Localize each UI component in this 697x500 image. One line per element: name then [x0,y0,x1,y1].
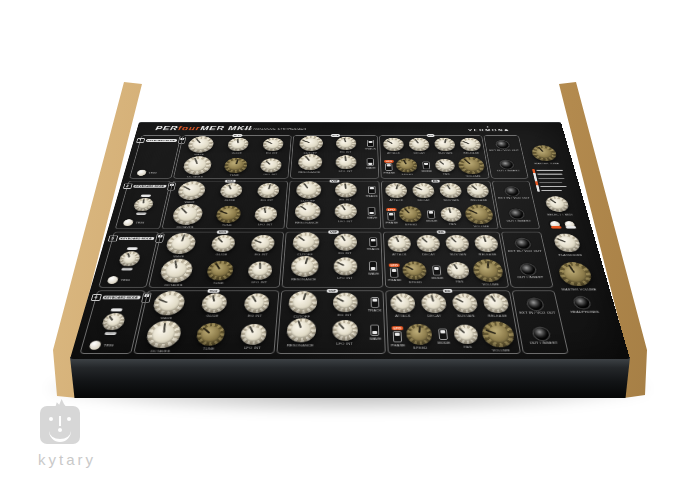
channel-1-attack-knob [383,138,404,151]
channel-4-filter-lfo-int-label: LFO INT [336,341,352,345]
channel-3-volume-knob [472,259,505,281]
channel-1-lfo-int-label: LFO INT [263,173,277,176]
channel-3-filter-eg-int-knob [334,234,357,251]
channel-1-lfo-wave-label: WAVE [366,166,376,169]
channel-1-pan-knob [435,159,456,172]
channel-4-pan: PAN [453,325,479,349]
channel-3-trig-button [107,276,119,284]
channel-2-pan-label: PAN [449,222,457,225]
master-tune-label: MASTER TUNE [534,162,559,165]
channel-3-eg-section: EGATTACKDECAYSUSTAINRELEASELFOPHASESPEED… [383,232,509,287]
channel-2-pan: PAN [440,207,463,225]
channel-3-vco-section: VCOWAVEGLIDEEG INTOCTAVESTUNELFO INT [148,232,284,287]
select-midi-label: SELECT / MIDI [547,213,573,216]
channel-1-octaves: OCTAVES [181,156,213,178]
channel-4-phase-label: PHASE [391,343,406,347]
channel-1-filter-eg-int: EG INT [335,137,355,153]
channel-3-speed-knob [402,261,427,279]
playmodes-label: PLAYMODES [558,253,582,256]
channel-3-octaves: OCTAVES [157,258,194,286]
product-photo: PERfourMER MKII QUAD ANALOGUE SYNTHESIZE… [0,0,697,500]
channel-2-sustain-knob [439,183,462,198]
top-panel: PERfourMER MKII QUAD ANALOGUE SYNTHESIZE… [70,122,630,359]
channel-1-eg-int-knob [262,138,284,151]
channel-3-keyboard-mode-label: KEYBOARD MODE [118,237,154,240]
channel-3-lfo-int: LFO INT [247,261,273,283]
channel-3-filter-lfo-int-label: LFO INT [337,276,352,280]
channel-2-volume-label: VOLUME [473,225,489,228]
channel-2-attack: ATTACK [385,183,408,202]
channel-4-keyboard-mode-knob [101,313,127,330]
channel-1-phase-switch [385,163,393,171]
title-prefix: PER [155,124,179,131]
channel-3-eg-int-knob [250,235,275,252]
channel-1-eg-int-label: EG INT [266,151,278,154]
channel-4-wave: WAVE [151,291,187,320]
channel-4-cutoff: CUTOFF [287,291,317,318]
master-volume-label: MASTER VOLUME [561,288,597,292]
channel-2-resonance-knob [294,202,320,220]
channel-3-speed-label: SPEED [409,280,423,284]
channel-2-tune-knob [215,206,241,223]
channel-3-track-switch [369,238,377,247]
channel-4-lfo-wave-switch [371,324,380,335]
channel-3-wave: WAVE [164,233,197,258]
channel-3-lfo-int-knob [248,261,273,279]
channel-4-speed-label: SPEED [413,346,428,350]
channel-1-lfo-cell: LFOPHASESPEED [383,158,418,175]
master-buttons [549,221,576,229]
channel-3-track: TRACK [366,238,379,251]
channel-2-decay-label: DECAY [418,199,430,202]
channel-3-cutoff-knob [292,232,319,252]
channel-1-track: TRACK [364,140,376,150]
channel-4-filter-eg-int-label: EG INT [338,313,352,317]
channel-1-eg-int: EG INT [262,138,284,154]
channel-3-keyboard-mode-knob [118,251,142,266]
channel-1-speed-knob [396,158,418,172]
channel-3-release-label: RELEASE [479,253,497,256]
channel-2-out-jack [510,209,525,218]
channel-3-volume-label: VOLUME [482,282,499,286]
channel-4-eg-int-knob [243,294,270,314]
channel-3-out-jack [521,264,537,274]
channel-2-attack-label: ATTACK [389,199,403,202]
channel-2-octaves-knob [171,204,204,225]
channel-2-out-jack-cell: OUT / INSERT [504,209,531,222]
channel-3-sustain-label: SUSTAIN [450,253,467,256]
channel-2-filter-eg-int-knob [335,182,357,197]
channel-2-eg-section: EGATTACKDECAYSUSTAINRELEASELFOPHASESPEED… [381,181,499,230]
logo-eye-left [49,417,53,421]
channel-3-wave-label: WAVE [173,255,185,258]
channel-4-lfo-int-label: LFO INT [244,346,261,350]
channel-2-ext-in-jack-cell: EXT IN / VCO OUT [496,187,530,199]
channel-2-eg-tag: EG [431,179,439,182]
channel-1-release-knob [459,138,481,151]
channel-1-vco-section: VCOWAVEGLIDEEG INTOCTAVESTUNELFO INT [173,135,292,178]
channel-1-speed: SPEED [396,158,418,175]
channel-2-lfo-wave-switch [368,207,376,215]
channel-4-eg-tag: EG [443,289,452,293]
logo-nose [59,416,61,426]
channel-4-wave-label: WAVE [160,316,172,320]
channel-3-glide-label: GLIDE [216,252,228,255]
product-subtitle: QUAD ANALOGUE SYNTHESIZER [240,128,306,130]
channels: 1KEYBOARD MODETRIGVCOWAVEGLIDEEG INTOCTA… [79,134,569,355]
channel-2-lfo-wave-label: WAVE [367,216,377,219]
channel-1-decay: DECAY [408,138,430,154]
channel-2-vco-section: VCOWAVEGLIDEEG INTOCTAVESTUNELFO INT [161,181,288,230]
channel-2-cutoff-knob [295,181,321,198]
channel-1-volume-label: VOLUME [466,174,481,177]
channel-1-sustain-knob [433,138,455,151]
channel-4-ext-in-label: EXT IN / VCO OUT [519,311,556,315]
channel-2-track-label: TRACK [366,194,378,197]
channel-1-filter-lfo-int-knob [335,155,356,169]
channel-2-decay: DECAY [412,183,435,202]
channel-3-cutoff: CUTOFF [292,232,320,256]
channel-3-track-label: TRACK [367,247,380,250]
channel-3-vcf-tag: VCF [328,230,338,233]
channel-3-wave-knob [165,233,197,254]
channel-1-cutoff-knob [299,136,323,151]
channel-3-attack: ATTACK [387,235,411,256]
channel-3-volume: VOLUME [472,259,505,286]
channel-2-lfo-int-label: LFO INT [258,223,273,226]
channel-4-decay-knob [420,294,446,314]
channel-1-attack: ATTACK [383,138,404,154]
channel-2-filter-lfo-int: LFO INT [334,203,356,223]
channel-1-phase-label: PHASE [383,171,395,174]
channel-4-resonance: RESONANCE [285,318,316,347]
channel-3-mode-label: MODE [432,276,444,280]
channel-4-release: RELEASE [482,294,510,318]
channel-4-mode: MODE [436,329,450,345]
master-tune: MASTER TUNE [530,145,559,164]
channel-4-resonance-knob [286,318,316,342]
channel-4-out-label: OUT / INSERT [529,340,558,344]
channel-2-wave: WAVE [176,182,207,204]
channel-row-2: 2KEYBOARD MODETRIGVCOWAVEGLIDEEG INTOCTA… [114,179,540,230]
channel-2-number: 2 [123,184,133,189]
channel-3-filter-lfo-int: LFO INT [333,257,357,279]
channel-3-resonance-knob [290,256,318,277]
channel-2-mode-label: MODE [426,219,437,222]
channel-1-pan: PAN [435,159,456,175]
headphones: HEADPHONES [567,297,600,314]
channel-4-trig-button [89,341,102,350]
channel-2-lfo-cell: LFOPHASESPEED [385,206,423,226]
channel-2-volume: VOLUME [464,205,495,228]
channel-4-tune-label: TUNE [202,346,214,350]
select-midi-knob [544,196,570,212]
channel-1-ext-in-jack [496,141,509,149]
channel-2-lfo-tag: LFO [386,208,396,211]
watermark: kytary [38,406,108,468]
channel-2-glide-label: GLIDE [224,199,235,202]
channel-2-tune-label: TUNE [222,224,233,227]
channel-2-out-label: OUT / INSERT [506,219,531,222]
channel-1-resonance-knob [297,154,322,170]
channel-3-tune: TUNE [205,260,234,284]
channel-1-filter-lfo-int-label: LFO INT [339,170,352,173]
channel-2-glide: GLIDE [219,183,243,202]
channel-4-vcf-section: VCFCUTOFFEG INTTRACKRESONANCELFO INTWAVE [276,290,385,354]
channel-2-vco-tag: VCO [225,179,236,182]
channel-2-wave-knob [177,182,207,200]
channel-4-pan-knob [453,325,479,344]
channel-1-speed-label: SPEED [401,173,413,176]
channel-2-volume-knob [464,205,494,225]
channel-2-ext-in-label: EXT IN / VCO OUT [498,196,530,199]
channel-4-resonance-label: RESONANCE [287,343,314,347]
brand-logo: VERMONA [467,125,510,132]
logo-eye-right [67,417,71,421]
channel-3-tune-label: TUNE [213,281,224,285]
channel-1-lfo-int-knob [260,158,282,172]
channel-2-phase-label: PHASE [386,221,399,224]
front-face [70,357,630,398]
channel-2-vcf-tag: VCF [330,179,340,182]
channel-1-release: RELEASE [459,138,482,154]
channel-4-filter-eg-int: EG INT [332,292,357,316]
channel-2-vcf-section: VCFCUTOFFEG INTTRACKRESONANCELFO INTWAVE [286,181,381,230]
channel-3-lfo-int-label: LFO INT [251,280,267,284]
channel-4-glide: GLIDE [200,294,228,318]
channel-4-tune-knob [195,323,226,346]
channel-2-filter-eg-int: EG INT [335,182,357,200]
channel-4-volume-label: VOLUME [492,348,511,352]
channel-4-trig-label: TRIG [103,343,114,347]
channel-1-eg-tag: EG [427,134,435,136]
channel-4-volume-knob [481,322,516,348]
channel-4-out-jack [533,328,550,340]
channel-1-wave: WAVE [186,136,215,156]
headphones-jack [574,297,591,308]
channel-3-eg-int-label: EG INT [255,252,268,255]
channel-2-filter-lfo-int-knob [334,203,356,219]
channel-2-pan-knob [440,207,462,222]
channel-3-attack-knob [387,235,411,252]
channel-row-1: 1KEYBOARD MODETRIGVCOWAVEGLIDEEG INTOCTA… [129,134,529,179]
channel-3-speed: SPEED [402,261,427,283]
channel-4-lfo-cell: LFOPHASESPEED [390,324,433,350]
channel-2-resonance-label: RESONANCE [295,221,318,224]
channel-2-mode: MODE [425,210,437,222]
channel-4-lfo-wave-label: WAVE [369,336,381,340]
channel-2-octaves: OCTAVES [170,204,204,229]
channel-4-vco-section: VCOWAVEGLIDEEG INTOCTAVESTUNELFO INT [133,290,279,354]
channel-3-ext-in-jack-cell: EXT IN / VCO OUT [506,239,542,253]
channel-1-resonance-label: RESONANCE [298,171,320,174]
channel-3-release-knob [473,235,499,252]
channel-4-octaves-label: OCTAVES [150,349,171,353]
master-button-right-tag [565,226,576,229]
title-highlight: four [177,124,201,131]
channel-3-lfo-cell: LFOPHASESPEED [387,261,427,283]
channel-2-eg-int-knob [256,183,279,198]
channel-3-sustain: SUSTAIN [444,235,470,256]
channel-2-track-switch [368,186,376,194]
channel-3-out-label: OUT / INSERT [517,275,544,279]
master-volume-knob [557,262,594,286]
channel-1-mode-switch [422,161,430,169]
channel-2-release-knob [466,183,490,198]
channel-3-pan-label: PAN [455,279,463,283]
channel-3-tune-knob [206,260,234,280]
channel-3-glide-knob [211,235,236,252]
channel-2-lfo-wave: WAVE [367,207,378,219]
channel-3-pan-knob [446,262,470,279]
channel-1-glide: GLIDE [226,138,249,154]
kytary-logo-text: kytary [38,451,108,468]
channel-4-track-label: TRACK [368,308,382,312]
channel-3-resonance: RESONANCE [290,256,318,281]
channel-1-filter-eg-int-label: EG INT [340,151,351,154]
channel-2-lfo-int: LFO INT [254,206,278,226]
channel-2-trig-label: TRIG [135,221,145,224]
channel-1-filter-lfo-int: LFO INT [335,155,356,172]
channel-4-mode-label: MODE [438,341,451,345]
channel-1-mode-label: MODE [422,170,433,173]
channel-1-sustain: SUSTAIN [433,138,455,154]
channel-1-tune-knob [223,158,248,173]
channel-1-sustain-label: SUSTAIN [438,152,453,155]
channel-2-speed-label: SPEED [405,223,418,226]
channel-4-lfo-int: LFO INT [239,324,267,350]
channel-4-glide-label: GLIDE [206,314,219,318]
channel-4-release-knob [482,294,510,314]
channel-3-filter-eg-int: EG INT [334,234,357,255]
channel-1-trig-button [136,169,146,175]
channel-3-decay-knob [416,235,440,252]
channel-2-track: TRACK [365,186,377,198]
channel-3-octaves-knob [158,258,194,282]
channel-4-filter-lfo-int-knob [332,320,357,341]
channel-1-wave-knob [187,136,215,152]
channel-1-volume-knob [458,157,486,174]
channel-2-octaves-label: OCTAVES [176,225,194,228]
channel-2-phase-switch [388,212,396,221]
channel-1-glide-knob [227,138,249,151]
channel-2-release: RELEASE [466,183,490,202]
channel-4-speed: SPEED [406,324,433,350]
channel-3-filter-lfo-int-knob [333,257,357,275]
channel-1-lfo-wave-switch [367,158,374,166]
master-button-left-tag [550,226,561,229]
channel-2-tune: TUNE [215,206,242,227]
product-title: PERfourMER MKII [155,124,253,131]
channel-4-octaves-knob [144,321,183,348]
channel-4-led [89,296,90,298]
channel-4-eg-int-label: EG INT [248,314,262,318]
channel-2-trig-button [123,219,134,226]
channel-2-filter-eg-int-label: EG INT [339,198,351,201]
channel-3-mode-switch [432,265,441,275]
channel-1-lfo-tag: LFO [384,160,394,163]
channel-4-ext-in-jack-cell: EXT IN / VCO OUT [517,299,556,315]
channel-4-sustain-label: SUSTAIN [457,314,475,318]
channel-3-out-jack-cell: OUT / INSERT [515,264,544,279]
channel-1-trig-label: TRIG [148,171,157,174]
channel-1-vcf-tag: VCF [331,134,340,136]
channel-3-vco-tag: VCO [217,230,228,233]
channel-4-track-switch [370,297,379,308]
channel-3-glide: GLIDE [210,235,236,256]
playmodes-knob [553,234,582,252]
channel-4-wave-knob [152,291,187,315]
channel-1-ext-in-jack-cell: EXT IN / VCO OUT [488,141,519,152]
channel-3-ext-in-label: EXT IN / VCO OUT [508,250,542,253]
master-volume: MASTER VOLUME [555,262,597,291]
channel-4-cutoff-knob [288,291,317,314]
channel-1-out-jack-cell: OUT / INSERT [495,161,520,172]
channel-2-sustain-label: SUSTAIN [444,199,460,202]
channel-1-lfo-wave: WAVE [366,158,376,169]
channel-1-tune-label: TUNE [229,173,239,176]
channel-1-decay-label: DECAY [414,152,426,155]
channel-3-ext-in-jack [516,239,531,249]
channel-1-eg-section: EGATTACKDECAYSUSTAINRELEASELFOPHASESPEED… [379,135,489,178]
channel-3-lfo-wave-label: WAVE [368,272,379,276]
channel-3-resonance-label: RESONANCE [291,278,316,282]
channel-4-mode-switch [438,329,448,340]
channel-1-glide-label: GLIDE [232,151,243,154]
channel-2-attack-knob [385,183,407,198]
channel-2-lfo-int-knob [254,206,278,222]
select-midi: SELECT / MIDI [543,196,573,216]
channel-1-decay-knob [408,138,429,151]
channel-2-keyboard-mode-knob [133,198,155,211]
channel-2-speed-knob [399,206,422,222]
channel-1-keyboard-mode-label: KEYBOARD MODE [145,139,177,142]
channel-3-phase-label: PHASE [388,278,402,282]
channel-4-filter-eg-int-knob [332,292,357,312]
channel-row-3: 3KEYBOARD MODETRIGVCOWAVEGLIDEEG INTOCTA… [98,230,554,288]
channel-4-lfo-tag: LFO [391,326,403,330]
channel-3-led [106,237,107,239]
channel-4-lfo-wave: WAVE [369,324,381,340]
channel-1-cutoff: CUTOFF [298,136,322,154]
channel-3-vcf-section: VCFCUTOFFEG INTTRACKRESONANCELFO INTWAVE [282,232,384,287]
channel-2-mode-switch [427,210,435,219]
logo-smile [49,430,71,442]
channel-1-number: 1 [136,138,145,143]
channel-3-sustain-knob [444,235,469,252]
channel-1-vcf-section: VCFCUTOFFEG INTTRACKRESONANCELFO INTWAVE [290,135,379,178]
channel-1-attack-label: ATTACK [387,152,400,155]
channel-1-octaves-knob [182,156,213,174]
channel-4-glide-knob [200,294,227,314]
channel-1-release-label: RELEASE [463,152,479,155]
channel-3-lfo-tag: LFO [389,263,400,266]
channel-2-resonance: RESONANCE [294,202,321,224]
channel-4-attack: ATTACK [390,294,416,318]
channel-3-attack-label: ATTACK [392,253,407,256]
channel-2-release-label: RELEASE [470,199,487,202]
channel-4-tune: TUNE [194,323,225,351]
channel-2-eg-int: EG INT [256,183,279,202]
channel-1-resonance: RESONANCE [297,154,322,173]
channel-3-eg-tag: EG [437,230,446,233]
headphones-label: HEADPHONES [570,310,600,314]
channel-row-4: 4KEYBOARD MODETRIGVCOWAVEGLIDEEG INTOCTA… [79,289,569,356]
channel-4-eg-section: EGATTACKDECAYSUSTAINRELEASELFOPHASESPEED… [385,290,521,354]
channel-4-release-label: RELEASE [488,314,508,318]
channel-4-attack-label: ATTACK [395,314,411,318]
channel-2-sustain: SUSTAIN [439,183,463,202]
